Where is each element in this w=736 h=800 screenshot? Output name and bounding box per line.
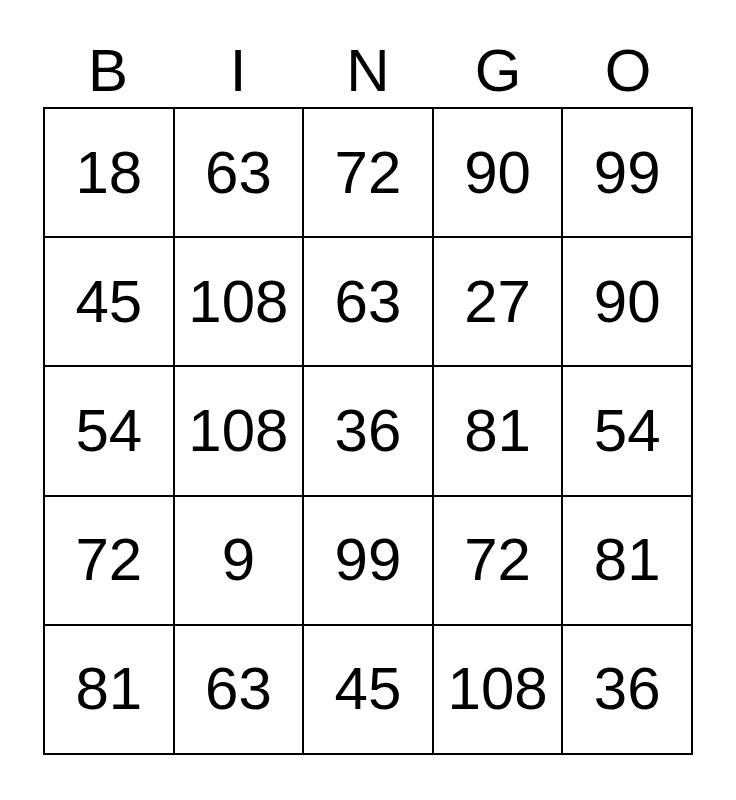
header-letter-g: G (433, 38, 563, 104)
bingo-cell-r1c2[interactable]: 63 (175, 109, 303, 236)
bingo-cell-r2c5[interactable]: 90 (563, 238, 691, 365)
bingo-cell-r2c1[interactable]: 45 (45, 238, 173, 365)
bingo-cell-r1c4[interactable]: 90 (434, 109, 562, 236)
bingo-cell-r5c3[interactable]: 45 (304, 626, 432, 753)
bingo-cell-r1c1[interactable]: 18 (45, 109, 173, 236)
header-letter-i: I (173, 38, 303, 104)
bingo-cell-r5c5[interactable]: 36 (563, 626, 691, 753)
bingo-cell-r3c3[interactable]: 36 (304, 367, 432, 494)
bingo-cell-r4c2[interactable]: 9 (175, 497, 303, 624)
bingo-cell-r4c5[interactable]: 81 (563, 497, 691, 624)
bingo-cell-r2c2[interactable]: 108 (175, 238, 303, 365)
bingo-cell-r5c4[interactable]: 108 (434, 626, 562, 753)
bingo-cell-r1c5[interactable]: 99 (563, 109, 691, 236)
bingo-cell-r2c3[interactable]: 63 (304, 238, 432, 365)
header-letter-n: N (303, 38, 433, 104)
bingo-cell-r3c2[interactable]: 108 (175, 367, 303, 494)
bingo-cell-r4c3[interactable]: 99 (304, 497, 432, 624)
bingo-cell-r5c1[interactable]: 81 (45, 626, 173, 753)
bingo-cell-r3c1[interactable]: 54 (45, 367, 173, 494)
bingo-cell-r3c4[interactable]: 81 (434, 367, 562, 494)
header-letter-o: O (563, 38, 693, 104)
bingo-cell-r5c2[interactable]: 63 (175, 626, 303, 753)
header-letter-b: B (43, 38, 173, 104)
bingo-board: 18 63 72 90 99 45 108 63 27 90 54 108 36… (43, 107, 693, 755)
bingo-cell-r2c4[interactable]: 27 (434, 238, 562, 365)
bingo-cell-r4c1[interactable]: 72 (45, 497, 173, 624)
bingo-header: B I N G O (43, 38, 693, 104)
bingo-cell-r4c4[interactable]: 72 (434, 497, 562, 624)
bingo-cell-r3c5[interactable]: 54 (563, 367, 691, 494)
bingo-cell-r1c3[interactable]: 72 (304, 109, 432, 236)
bingo-card-page: B I N G O 18 63 72 90 99 45 108 63 27 90… (0, 0, 736, 800)
